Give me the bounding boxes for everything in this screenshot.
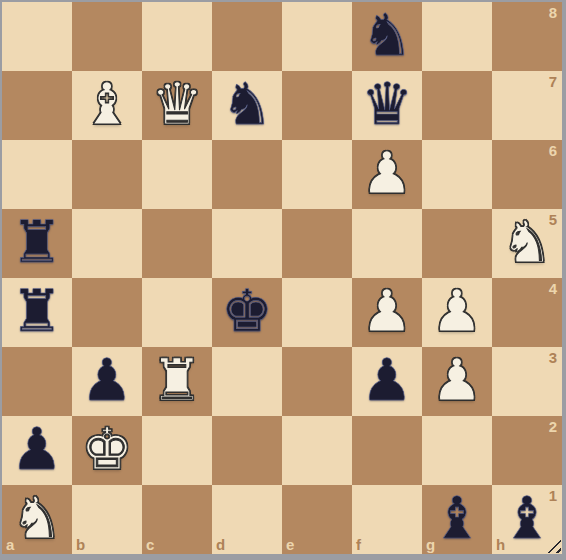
- piece-black-bishop-h1[interactable]: ♝: [501, 489, 553, 547]
- square-g8[interactable]: [422, 2, 492, 71]
- square-f5[interactable]: [352, 209, 422, 278]
- square-d5[interactable]: [212, 209, 282, 278]
- piece-black-knight-d7[interactable]: ♞: [221, 75, 273, 133]
- rank-label-8: 8: [549, 5, 557, 20]
- square-h1[interactable]: 1h♝: [492, 485, 562, 554]
- square-f7[interactable]: ♛: [352, 71, 422, 140]
- rank-label-3: 3: [549, 350, 557, 365]
- file-label-f: f: [356, 537, 361, 552]
- piece-white-knight-a1[interactable]: ♞: [11, 489, 63, 547]
- square-a5[interactable]: ♜: [2, 209, 72, 278]
- piece-white-pawn-g4[interactable]: ♟: [431, 282, 483, 340]
- piece-black-pawn-a2[interactable]: ♟: [11, 420, 63, 478]
- piece-white-king-b2[interactable]: ♚: [81, 420, 133, 478]
- square-d2[interactable]: [212, 416, 282, 485]
- file-label-b: b: [76, 537, 85, 552]
- chess-board: ♞8♝♛♞♛7♟6♜5♞♜♚♟♟4♟♜♟♟3♟♚2a♞bcdefg♝1h♝: [2, 2, 562, 554]
- square-g5[interactable]: [422, 209, 492, 278]
- square-g4[interactable]: ♟: [422, 278, 492, 347]
- square-e8[interactable]: [282, 2, 352, 71]
- square-d8[interactable]: [212, 2, 282, 71]
- piece-black-bishop-g1[interactable]: ♝: [431, 489, 483, 547]
- piece-white-rook-c3[interactable]: ♜: [151, 351, 203, 409]
- square-f3[interactable]: ♟: [352, 347, 422, 416]
- square-g6[interactable]: [422, 140, 492, 209]
- file-label-c: c: [146, 537, 154, 552]
- square-f4[interactable]: ♟: [352, 278, 422, 347]
- square-f8[interactable]: ♞: [352, 2, 422, 71]
- square-b6[interactable]: [72, 140, 142, 209]
- piece-white-knight-h5[interactable]: ♞: [501, 213, 553, 271]
- square-c5[interactable]: [142, 209, 212, 278]
- square-c6[interactable]: [142, 140, 212, 209]
- board-frame: ♞8♝♛♞♛7♟6♜5♞♜♚♟♟4♟♜♟♟3♟♚2a♞bcdefg♝1h♝: [0, 0, 566, 560]
- piece-black-rook-a4[interactable]: ♜: [11, 282, 63, 340]
- square-h8[interactable]: 8: [492, 2, 562, 71]
- square-e6[interactable]: [282, 140, 352, 209]
- square-b5[interactable]: [72, 209, 142, 278]
- square-a3[interactable]: [2, 347, 72, 416]
- square-g2[interactable]: [422, 416, 492, 485]
- square-a1[interactable]: a♞: [2, 485, 72, 554]
- square-h5[interactable]: 5♞: [492, 209, 562, 278]
- square-g3[interactable]: ♟: [422, 347, 492, 416]
- piece-white-bishop-b7[interactable]: ♝: [81, 75, 133, 133]
- square-e3[interactable]: [282, 347, 352, 416]
- square-g7[interactable]: [422, 71, 492, 140]
- piece-black-pawn-f3[interactable]: ♟: [361, 351, 413, 409]
- square-f6[interactable]: ♟: [352, 140, 422, 209]
- square-a6[interactable]: [2, 140, 72, 209]
- piece-white-pawn-f6[interactable]: ♟: [361, 144, 413, 202]
- square-b1[interactable]: b: [72, 485, 142, 554]
- rank-label-4: 4: [549, 281, 557, 296]
- square-c1[interactable]: c: [142, 485, 212, 554]
- square-c2[interactable]: [142, 416, 212, 485]
- square-a4[interactable]: ♜: [2, 278, 72, 347]
- square-b8[interactable]: [72, 2, 142, 71]
- piece-black-rook-a5[interactable]: ♜: [11, 213, 63, 271]
- square-f1[interactable]: f: [352, 485, 422, 554]
- square-d7[interactable]: ♞: [212, 71, 282, 140]
- square-d3[interactable]: [212, 347, 282, 416]
- square-d1[interactable]: d: [212, 485, 282, 554]
- square-b2[interactable]: ♚: [72, 416, 142, 485]
- square-f2[interactable]: [352, 416, 422, 485]
- square-a2[interactable]: ♟: [2, 416, 72, 485]
- square-e4[interactable]: [282, 278, 352, 347]
- piece-black-queen-f7[interactable]: ♛: [361, 75, 413, 133]
- square-c4[interactable]: [142, 278, 212, 347]
- square-d6[interactable]: [212, 140, 282, 209]
- square-a8[interactable]: [2, 2, 72, 71]
- square-h6[interactable]: 6: [492, 140, 562, 209]
- square-g1[interactable]: g♝: [422, 485, 492, 554]
- piece-black-pawn-b3[interactable]: ♟: [81, 351, 133, 409]
- piece-black-king-d4[interactable]: ♚: [221, 282, 273, 340]
- square-h2[interactable]: 2: [492, 416, 562, 485]
- square-h4[interactable]: 4: [492, 278, 562, 347]
- piece-white-queen-c7[interactable]: ♛: [151, 75, 203, 133]
- square-d4[interactable]: ♚: [212, 278, 282, 347]
- square-c7[interactable]: ♛: [142, 71, 212, 140]
- rank-label-6: 6: [549, 143, 557, 158]
- rank-label-7: 7: [549, 74, 557, 89]
- square-a7[interactable]: [2, 71, 72, 140]
- square-h3[interactable]: 3: [492, 347, 562, 416]
- rank-label-2: 2: [549, 419, 557, 434]
- piece-white-pawn-f4[interactable]: ♟: [361, 282, 413, 340]
- square-e7[interactable]: [282, 71, 352, 140]
- square-e5[interactable]: [282, 209, 352, 278]
- square-e1[interactable]: e: [282, 485, 352, 554]
- square-b7[interactable]: ♝: [72, 71, 142, 140]
- file-label-e: e: [286, 537, 294, 552]
- piece-black-knight-f8[interactable]: ♞: [361, 6, 413, 64]
- square-b3[interactable]: ♟: [72, 347, 142, 416]
- piece-white-pawn-g3[interactable]: ♟: [431, 351, 483, 409]
- square-b4[interactable]: [72, 278, 142, 347]
- square-e2[interactable]: [282, 416, 352, 485]
- square-c3[interactable]: ♜: [142, 347, 212, 416]
- square-c8[interactable]: [142, 2, 212, 71]
- file-label-d: d: [216, 537, 225, 552]
- square-h7[interactable]: 7: [492, 71, 562, 140]
